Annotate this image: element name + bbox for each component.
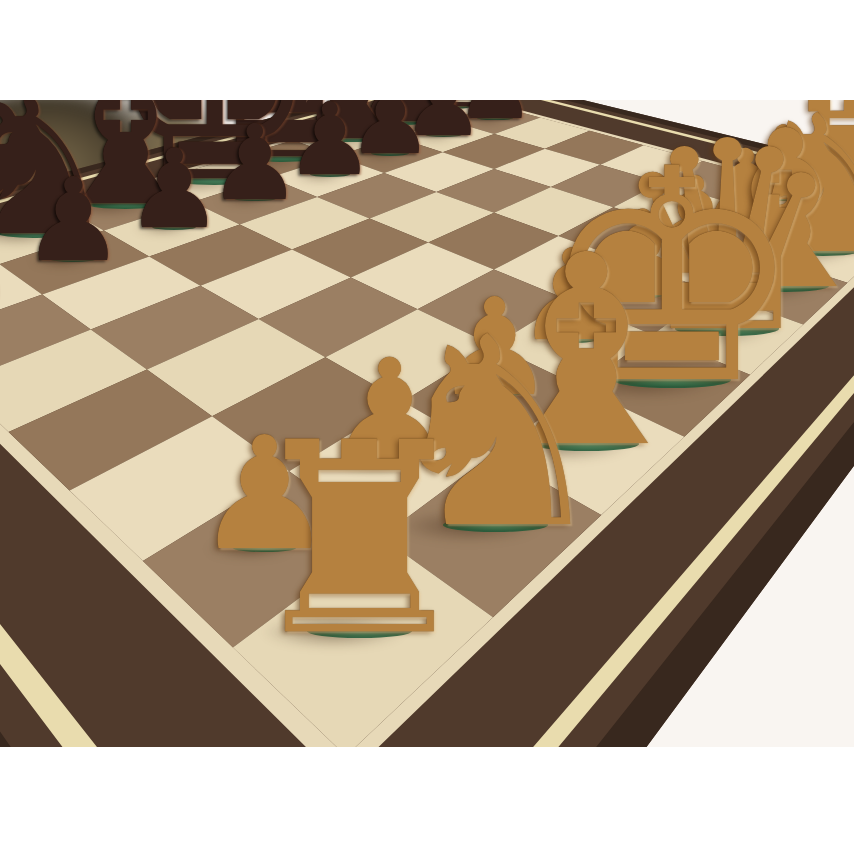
- product-photo: ♜♞♝♛♚♝♞♜♟♟♟♟♟♟♟♟♟♟♟♟♟♟♟♟♜♞♝♛♚♝♞♜: [0, 0, 854, 854]
- board-photo-strip: ♜♞♝♛♚♝♞♜♟♟♟♟♟♟♟♟♟♟♟♟♟♟♟♟♜♞♝♛♚♝♞♜: [0, 100, 854, 747]
- black-pawn-g7: ♟: [22, 163, 125, 278]
- pieces-layer: ♜♞♝♛♚♝♞♜♟♟♟♟♟♟♟♟♟♟♟♟♟♟♟♟♜♞♝♛♚♝♞♜: [0, 100, 854, 747]
- black-pawn-f7: ♟: [125, 135, 223, 244]
- white-rook-h1: ♜: [241, 408, 478, 672]
- black-pawn-h7: ♟: [0, 196, 15, 318]
